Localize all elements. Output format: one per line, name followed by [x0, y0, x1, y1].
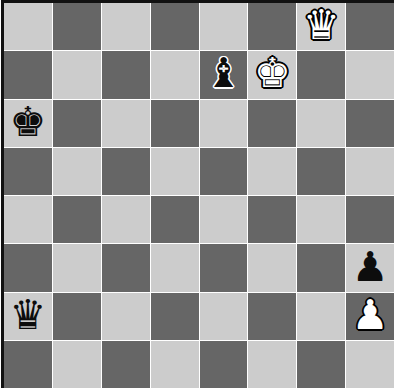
- square-d2[interactable]: [151, 293, 199, 340]
- square-d8[interactable]: [151, 3, 199, 50]
- square-b8[interactable]: [53, 3, 101, 50]
- square-b2[interactable]: [53, 293, 101, 340]
- square-a8[interactable]: [4, 3, 52, 50]
- square-g1[interactable]: [297, 341, 345, 388]
- square-h8[interactable]: [346, 3, 394, 50]
- square-c7[interactable]: [102, 51, 150, 98]
- square-c3[interactable]: [102, 244, 150, 291]
- chess-diagram: ♛♝♚♚♟♛♟: [0, 0, 394, 391]
- square-a5[interactable]: [4, 148, 52, 195]
- square-d7[interactable]: [151, 51, 199, 98]
- square-d3[interactable]: [151, 244, 199, 291]
- piece-black-queen-a2[interactable]: ♛: [10, 295, 47, 336]
- square-g6[interactable]: [297, 100, 345, 147]
- square-a6[interactable]: ♚: [4, 100, 52, 147]
- piece-white-king-f7[interactable]: ♚: [254, 53, 291, 94]
- square-b5[interactable]: [53, 148, 101, 195]
- piece-white-pawn-h2[interactable]: ♟: [352, 295, 389, 336]
- square-c1[interactable]: [102, 341, 150, 388]
- square-a4[interactable]: [4, 196, 52, 243]
- board-frame: ♛♝♚♚♟♛♟: [1, 0, 394, 388]
- square-g2[interactable]: [297, 293, 345, 340]
- square-h6[interactable]: [346, 100, 394, 147]
- square-a7[interactable]: [4, 51, 52, 98]
- square-e8[interactable]: [200, 3, 248, 50]
- piece-black-bishop-e7[interactable]: ♝: [205, 53, 242, 94]
- square-f8[interactable]: [248, 3, 296, 50]
- square-a2[interactable]: ♛: [4, 293, 52, 340]
- piece-black-king-a6[interactable]: ♚: [10, 102, 47, 143]
- square-e6[interactable]: [200, 100, 248, 147]
- square-f2[interactable]: [248, 293, 296, 340]
- square-h7[interactable]: [346, 51, 394, 98]
- square-f7[interactable]: ♚: [248, 51, 296, 98]
- square-b3[interactable]: [53, 244, 101, 291]
- piece-white-queen-g8[interactable]: ♛: [303, 5, 340, 46]
- square-d5[interactable]: [151, 148, 199, 195]
- square-h3[interactable]: ♟: [346, 244, 394, 291]
- square-e1[interactable]: [200, 341, 248, 388]
- square-f1[interactable]: [248, 341, 296, 388]
- square-e3[interactable]: [200, 244, 248, 291]
- square-g3[interactable]: [297, 244, 345, 291]
- square-d1[interactable]: [151, 341, 199, 388]
- square-e4[interactable]: [200, 196, 248, 243]
- square-c5[interactable]: [102, 148, 150, 195]
- square-e7[interactable]: ♝: [200, 51, 248, 98]
- chess-board: ♛♝♚♚♟♛♟: [4, 3, 394, 388]
- square-h4[interactable]: [346, 196, 394, 243]
- square-h2[interactable]: ♟: [346, 293, 394, 340]
- square-b1[interactable]: [53, 341, 101, 388]
- square-c8[interactable]: [102, 3, 150, 50]
- square-g8[interactable]: ♛: [297, 3, 345, 50]
- square-h1[interactable]: [346, 341, 394, 388]
- square-d4[interactable]: [151, 196, 199, 243]
- square-f6[interactable]: [248, 100, 296, 147]
- square-e5[interactable]: [200, 148, 248, 195]
- square-f4[interactable]: [248, 196, 296, 243]
- square-b7[interactable]: [53, 51, 101, 98]
- square-d6[interactable]: [151, 100, 199, 147]
- square-a3[interactable]: [4, 244, 52, 291]
- square-c6[interactable]: [102, 100, 150, 147]
- square-b4[interactable]: [53, 196, 101, 243]
- square-e2[interactable]: [200, 293, 248, 340]
- square-g4[interactable]: [297, 196, 345, 243]
- square-g7[interactable]: [297, 51, 345, 98]
- square-a1[interactable]: [4, 341, 52, 388]
- square-c4[interactable]: [102, 196, 150, 243]
- square-c2[interactable]: [102, 293, 150, 340]
- square-g5[interactable]: [297, 148, 345, 195]
- square-f5[interactable]: [248, 148, 296, 195]
- square-f3[interactable]: [248, 244, 296, 291]
- piece-black-pawn-h3[interactable]: ♟: [352, 247, 389, 288]
- square-h5[interactable]: [346, 148, 394, 195]
- square-b6[interactable]: [53, 100, 101, 147]
